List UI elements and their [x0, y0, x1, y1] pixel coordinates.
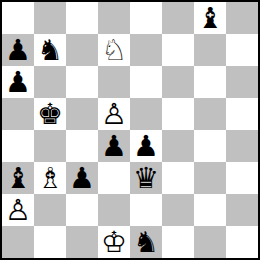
square-b2[interactable]: [34, 194, 66, 226]
square-d1[interactable]: ♔: [98, 226, 130, 258]
black-pawn[interactable]: ♟: [66, 162, 98, 194]
black-bishop[interactable]: ♝: [194, 2, 226, 34]
square-b7[interactable]: ♞: [34, 34, 66, 66]
square-a4[interactable]: [2, 130, 34, 162]
square-f1[interactable]: [162, 226, 194, 258]
square-f4[interactable]: [162, 130, 194, 162]
square-a6[interactable]: ♟: [2, 66, 34, 98]
black-pawn[interactable]: ♟: [2, 66, 34, 98]
square-d5[interactable]: ♙: [98, 98, 130, 130]
black-king[interactable]: ♚: [34, 98, 66, 130]
square-e4[interactable]: ♟: [130, 130, 162, 162]
square-e6[interactable]: [130, 66, 162, 98]
square-d6[interactable]: [98, 66, 130, 98]
square-d4[interactable]: ♟: [98, 130, 130, 162]
square-f3[interactable]: [162, 162, 194, 194]
square-g4[interactable]: [194, 130, 226, 162]
square-b1[interactable]: [34, 226, 66, 258]
black-knight[interactable]: ♞: [34, 34, 66, 66]
square-d8[interactable]: [98, 2, 130, 34]
square-e8[interactable]: [130, 2, 162, 34]
square-f7[interactable]: [162, 34, 194, 66]
chess-board-grid: ♝♟♞♘♟♚♙♟♟♝♗♟♛♙♔♞: [2, 2, 258, 258]
square-b6[interactable]: [34, 66, 66, 98]
square-b3[interactable]: ♗: [34, 162, 66, 194]
black-queen[interactable]: ♛: [130, 162, 162, 194]
square-b4[interactable]: [34, 130, 66, 162]
square-h7[interactable]: [226, 34, 258, 66]
square-h6[interactable]: [226, 66, 258, 98]
square-a5[interactable]: [2, 98, 34, 130]
square-g6[interactable]: [194, 66, 226, 98]
square-h1[interactable]: [226, 226, 258, 258]
square-a7[interactable]: ♟: [2, 34, 34, 66]
square-a1[interactable]: [2, 226, 34, 258]
square-c2[interactable]: [66, 194, 98, 226]
square-h5[interactable]: [226, 98, 258, 130]
square-a8[interactable]: [2, 2, 34, 34]
square-e3[interactable]: ♛: [130, 162, 162, 194]
black-pawn[interactable]: ♟: [98, 130, 130, 162]
square-g2[interactable]: [194, 194, 226, 226]
white-king[interactable]: ♔: [98, 226, 130, 258]
black-bishop[interactable]: ♝: [2, 162, 34, 194]
square-f6[interactable]: [162, 66, 194, 98]
white-knight[interactable]: ♘: [98, 34, 130, 66]
square-e7[interactable]: [130, 34, 162, 66]
square-g1[interactable]: [194, 226, 226, 258]
white-pawn[interactable]: ♙: [2, 194, 34, 226]
square-g3[interactable]: [194, 162, 226, 194]
square-h3[interactable]: [226, 162, 258, 194]
square-h8[interactable]: [226, 2, 258, 34]
square-a3[interactable]: ♝: [2, 162, 34, 194]
square-c8[interactable]: [66, 2, 98, 34]
black-pawn[interactable]: ♟: [2, 34, 34, 66]
square-g5[interactable]: [194, 98, 226, 130]
square-g8[interactable]: ♝: [194, 2, 226, 34]
square-e2[interactable]: [130, 194, 162, 226]
square-c3[interactable]: ♟: [66, 162, 98, 194]
square-h2[interactable]: [226, 194, 258, 226]
square-f8[interactable]: [162, 2, 194, 34]
square-e1[interactable]: ♞: [130, 226, 162, 258]
square-f2[interactable]: [162, 194, 194, 226]
square-h4[interactable]: [226, 130, 258, 162]
square-c4[interactable]: [66, 130, 98, 162]
square-a2[interactable]: ♙: [2, 194, 34, 226]
black-knight[interactable]: ♞: [130, 226, 162, 258]
square-c1[interactable]: [66, 226, 98, 258]
square-d3[interactable]: [98, 162, 130, 194]
chess-board: ♝♟♞♘♟♚♙♟♟♝♗♟♛♙♔♞: [0, 0, 260, 260]
black-pawn[interactable]: ♟: [130, 130, 162, 162]
square-c5[interactable]: [66, 98, 98, 130]
white-pawn[interactable]: ♙: [98, 98, 130, 130]
square-g7[interactable]: [194, 34, 226, 66]
square-b8[interactable]: [34, 2, 66, 34]
white-bishop[interactable]: ♗: [34, 162, 66, 194]
square-c6[interactable]: [66, 66, 98, 98]
square-d2[interactable]: [98, 194, 130, 226]
square-e5[interactable]: [130, 98, 162, 130]
square-f5[interactable]: [162, 98, 194, 130]
square-d7[interactable]: ♘: [98, 34, 130, 66]
square-c7[interactable]: [66, 34, 98, 66]
square-b5[interactable]: ♚: [34, 98, 66, 130]
